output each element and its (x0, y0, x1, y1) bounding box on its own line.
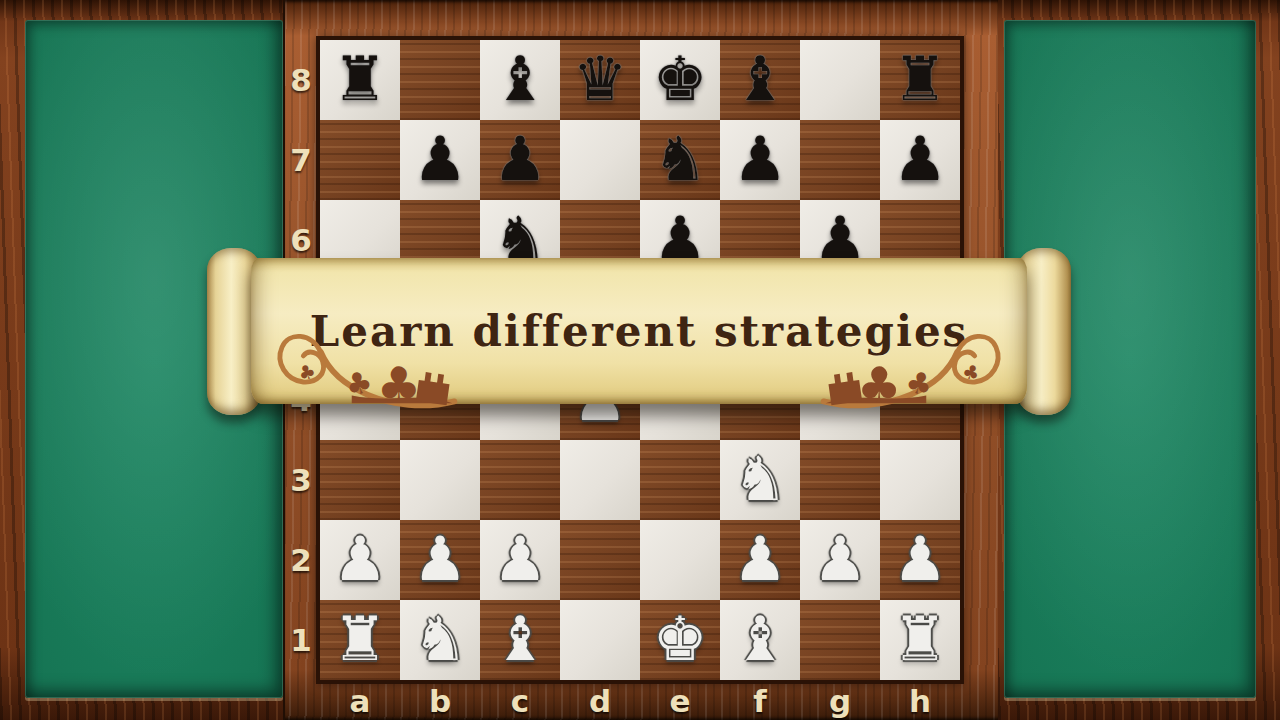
square-a3[interactable] (320, 440, 400, 520)
piece-black-bishop-c8[interactable]: ♝ (480, 40, 560, 120)
piece-white-pawn-f2[interactable]: ♟ (720, 520, 800, 600)
piece-white-bishop-f1[interactable]: ♝ (720, 600, 800, 680)
strategy-banner: Learn different strategies (205, 246, 1073, 418)
rank-label-7: 7 (287, 120, 315, 200)
piece-white-pawn-h2[interactable]: ♟ (880, 520, 960, 600)
piece-white-rook-a1[interactable]: ♜ (320, 600, 400, 680)
file-label-f: f (720, 684, 800, 720)
square-e3[interactable] (640, 440, 720, 520)
square-d1[interactable] (560, 600, 640, 680)
square-b8[interactable] (400, 40, 480, 120)
piece-black-queen-d8[interactable]: ♛ (560, 40, 640, 120)
piece-black-knight-e7[interactable]: ♞ (640, 120, 720, 200)
file-label-g: g (800, 684, 880, 720)
piece-black-rook-h8[interactable]: ♜ (880, 40, 960, 120)
square-g1[interactable] (800, 600, 880, 680)
square-c3[interactable] (480, 440, 560, 520)
square-d3[interactable] (560, 440, 640, 520)
piece-white-pawn-b2[interactable]: ♟ (400, 520, 480, 600)
square-h3[interactable] (880, 440, 960, 520)
piece-white-rook-h1[interactable]: ♜ (880, 600, 960, 680)
file-label-c: c (480, 684, 560, 720)
piece-white-pawn-a2[interactable]: ♟ (320, 520, 400, 600)
square-d7[interactable] (560, 120, 640, 200)
piece-white-pawn-g2[interactable]: ♟ (800, 520, 880, 600)
piece-white-bishop-c1[interactable]: ♝ (480, 600, 560, 680)
piece-black-pawn-c7[interactable]: ♟ (480, 120, 560, 200)
rank-label-2: 2 (287, 520, 315, 600)
piece-white-knight-b1[interactable]: ♞ (400, 600, 480, 680)
chess-app-screen: ♜♝♛♚♝♜♟♟♞♟♟♞♟♟♟♞♟♟♟♟♟♟♜♞♝♚♝♜ 87654321 ab… (0, 0, 1280, 720)
square-g3[interactable] (800, 440, 880, 520)
piece-black-pawn-h7[interactable]: ♟ (880, 120, 960, 200)
square-g8[interactable] (800, 40, 880, 120)
rank-label-3: 3 (287, 440, 315, 520)
square-b3[interactable] (400, 440, 480, 520)
piece-white-pawn-c2[interactable]: ♟ (480, 520, 560, 600)
square-g7[interactable] (800, 120, 880, 200)
square-e2[interactable] (640, 520, 720, 600)
piece-black-king-e8[interactable]: ♚ (640, 40, 720, 120)
file-label-d: d (560, 684, 640, 720)
square-d2[interactable] (560, 520, 640, 600)
piece-black-bishop-f8[interactable]: ♝ (720, 40, 800, 120)
piece-black-pawn-b7[interactable]: ♟ (400, 120, 480, 200)
square-a7[interactable] (320, 120, 400, 200)
piece-black-rook-a8[interactable]: ♜ (320, 40, 400, 120)
piece-white-king-e1[interactable]: ♚ (640, 600, 720, 680)
file-label-b: b (400, 684, 480, 720)
piece-white-knight-f3[interactable]: ♞ (720, 440, 800, 520)
piece-black-pawn-f7[interactable]: ♟ (720, 120, 800, 200)
banner-parchment: Learn different strategies (251, 258, 1027, 404)
rank-label-1: 1 (287, 600, 315, 680)
file-label-e: e (640, 684, 720, 720)
rank-label-8: 8 (287, 40, 315, 120)
file-label-a: a (320, 684, 400, 720)
banner-text: Learn different strategies (310, 307, 969, 356)
file-label-h: h (880, 684, 960, 720)
